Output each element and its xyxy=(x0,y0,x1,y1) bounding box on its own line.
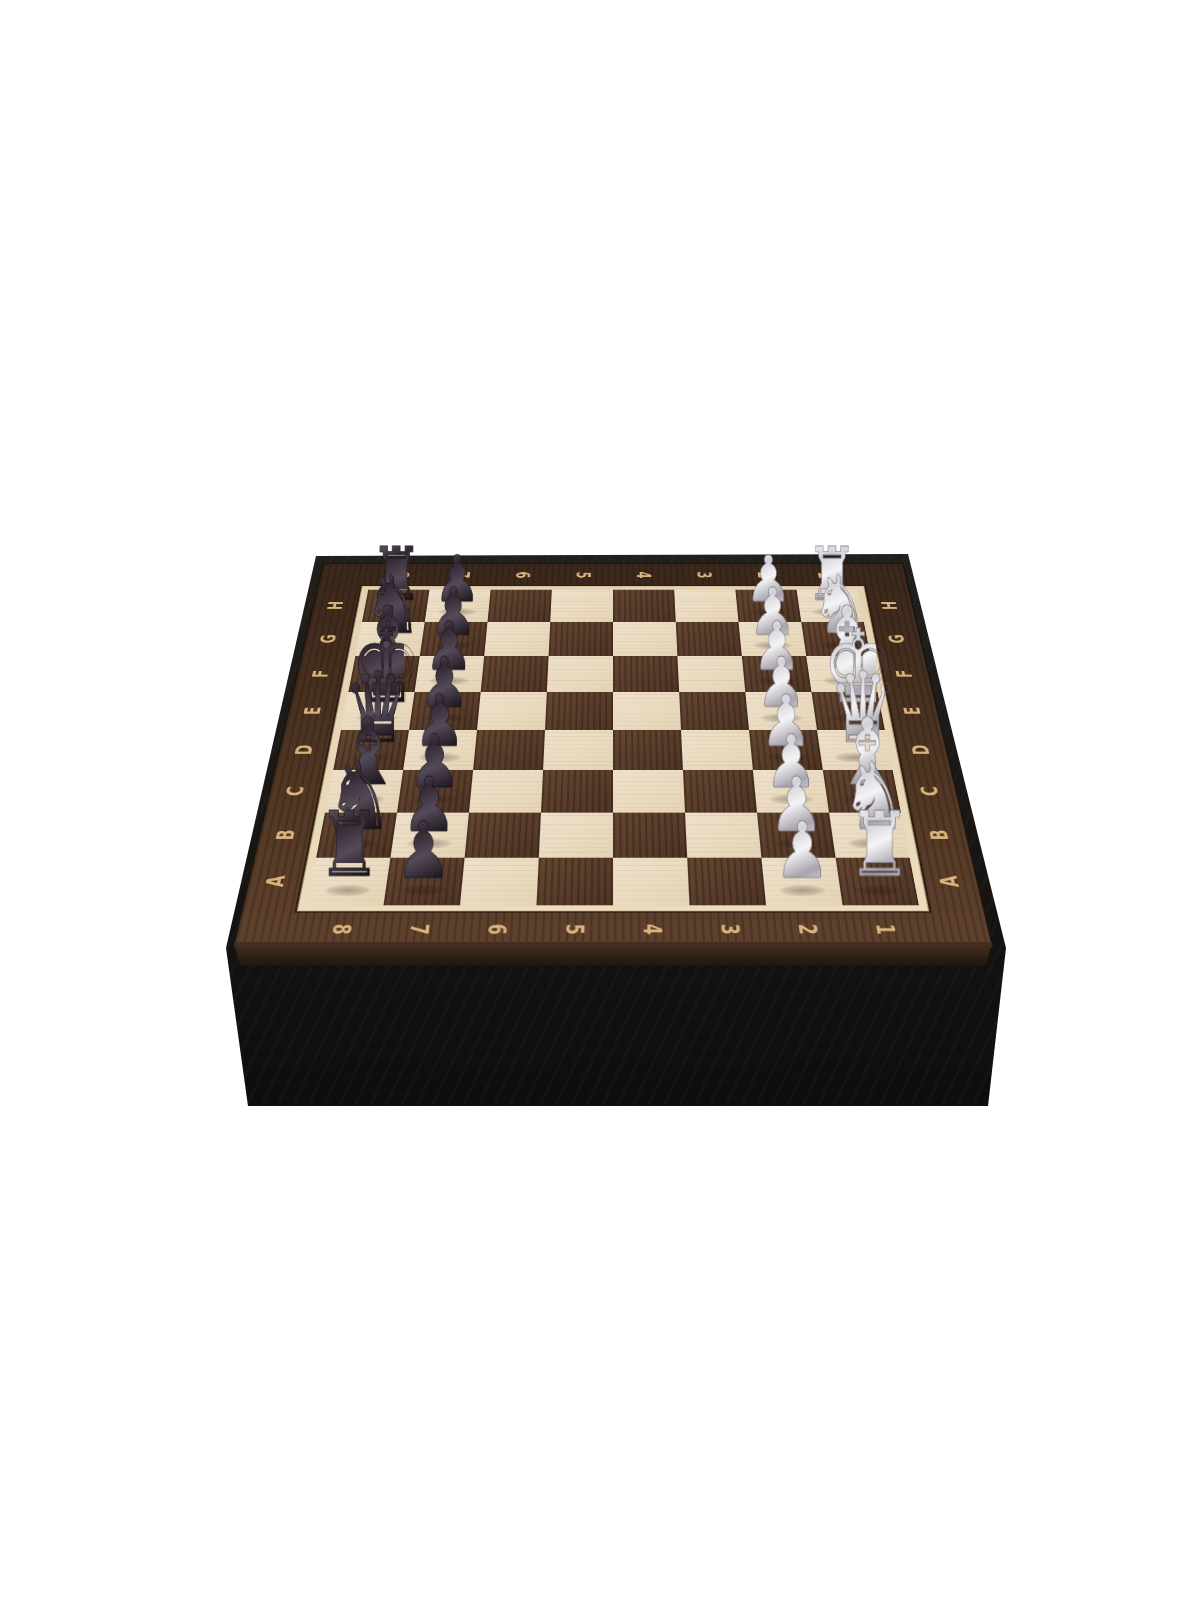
rank-labels-front: 87654321 xyxy=(299,911,927,947)
coordinate-label-3: 3 xyxy=(682,560,727,591)
board-front-edge xyxy=(228,940,998,968)
coordinate-label-5: 5 xyxy=(561,560,604,591)
product-photo: 87654321 87654321 HGFEDCBA HGFEDCBA ♜♟♟♜… xyxy=(0,0,1200,1600)
coordinate-label-6: 6 xyxy=(500,560,545,591)
coordinate-label-7: 7 xyxy=(438,560,484,591)
coordinate-label-g: G xyxy=(294,627,363,651)
pawn-glyph: ♟ xyxy=(393,812,454,890)
coordinate-label-8: 8 xyxy=(377,560,425,591)
chess-board: 87654321 87654321 HGFEDCBA HGFEDCBA ♜♟♟♜… xyxy=(234,564,992,947)
piece-black-rook-a8[interactable]: ♜ xyxy=(307,858,391,906)
coordinate-label-1: 1 xyxy=(801,560,849,591)
coordinate-label-h: H xyxy=(857,594,924,617)
coordinate-label-2: 2 xyxy=(741,560,787,591)
pieces-layer: ♜♟♟♜♞♟♟♞♝♟♟♝♚♟♟♚♛♟♟♛♝♟♟♝♞♟♟♞♜♟♟♜ xyxy=(307,590,919,906)
piece-silver-rook-a1[interactable]: ♜ xyxy=(836,858,920,906)
rank-labels-back: 87654321 xyxy=(369,564,857,586)
coordinate-label-h: H xyxy=(302,594,369,617)
coordinate-label-4: 4 xyxy=(622,560,665,591)
piece-silver-pawn-a2[interactable]: ♟ xyxy=(761,858,842,906)
rook-glyph: ♜ xyxy=(848,801,909,890)
rook-glyph: ♜ xyxy=(318,801,379,890)
pawn-glyph: ♟ xyxy=(772,812,833,890)
piece-black-pawn-a7[interactable]: ♟ xyxy=(383,858,464,906)
coordinate-label-g: G xyxy=(863,627,932,651)
